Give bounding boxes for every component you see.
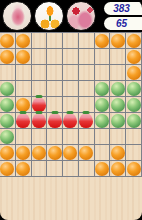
cell-r3c7[interactable] [110, 81, 126, 97]
orange-piece[interactable] [63, 146, 77, 160]
orange-piece[interactable] [111, 34, 125, 48]
cell-r1c8[interactable] [126, 49, 142, 65]
cell-r5c6[interactable] [95, 113, 111, 129]
orange-piece[interactable] [127, 66, 141, 80]
strawberry-piece[interactable] [16, 113, 30, 128]
cell-r2c1[interactable] [16, 65, 32, 81]
green-fruit-piece[interactable] [95, 98, 109, 112]
cell-r3c1[interactable] [16, 81, 32, 97]
cell-r4c8[interactable] [126, 97, 142, 113]
cell-r3c5[interactable] [79, 81, 95, 97]
green-fruit-piece[interactable] [0, 98, 14, 112]
cell-r1c1[interactable] [16, 49, 32, 65]
green-fruit-piece[interactable] [127, 114, 141, 128]
strawberry-piece[interactable] [79, 113, 93, 128]
cell-r0c5[interactable] [79, 33, 95, 49]
cell-r6c8[interactable] [126, 129, 142, 145]
cell-r0c4[interactable] [63, 33, 79, 49]
cell-r0c8[interactable] [126, 33, 142, 49]
cell-r2c2[interactable] [32, 65, 48, 81]
cell-r4c6[interactable] [95, 97, 111, 113]
cell-r8c8[interactable] [126, 161, 142, 177]
cell-r6c3[interactable] [47, 129, 63, 145]
cell-r5c3[interactable] [47, 113, 63, 129]
strawberry-leaf [67, 111, 74, 114]
berry-drinks-photo-icon [66, 1, 96, 31]
cell-r1c3[interactable] [47, 49, 63, 65]
green-fruit-piece[interactable] [95, 82, 109, 96]
orange-piece[interactable] [0, 146, 14, 160]
cell-r1c4[interactable] [63, 49, 79, 65]
wood-background [0, 177, 142, 220]
cell-r3c0[interactable] [0, 81, 16, 97]
cell-r7c2[interactable] [32, 145, 48, 161]
cell-r7c8[interactable] [126, 145, 142, 161]
cell-r6c7[interactable] [110, 129, 126, 145]
cell-r8c4[interactable] [63, 161, 79, 177]
orange-piece[interactable] [16, 34, 30, 48]
cell-r5c0[interactable] [0, 113, 16, 129]
orange-piece[interactable] [48, 146, 62, 160]
cell-r8c2[interactable] [32, 161, 48, 177]
cell-r5c5[interactable] [79, 113, 95, 129]
strawberry-shake-photo-icon [2, 1, 32, 31]
score-panel: 383 65 [104, 2, 142, 30]
cell-r8c3[interactable] [47, 161, 63, 177]
cell-r7c4[interactable] [63, 145, 79, 161]
orange-piece[interactable] [111, 162, 125, 176]
strawberry-piece[interactable] [32, 113, 46, 128]
cell-r5c4[interactable] [63, 113, 79, 129]
strawberry-leaf [83, 111, 90, 114]
orange-piece[interactable] [111, 146, 125, 160]
cell-r5c1[interactable] [16, 113, 32, 129]
strawberry-leaf [35, 111, 42, 114]
orange-piece[interactable] [95, 34, 109, 48]
cell-r3c4[interactable] [63, 81, 79, 97]
cell-r7c1[interactable] [16, 145, 32, 161]
orange-piece[interactable] [0, 34, 14, 48]
cell-r6c6[interactable] [95, 129, 111, 145]
cell-r2c8[interactable] [126, 65, 142, 81]
cell-r1c0[interactable] [0, 49, 16, 65]
orange-piece[interactable] [16, 146, 30, 160]
green-fruit-piece[interactable] [111, 98, 125, 112]
green-fruit-piece[interactable] [0, 82, 14, 96]
strawberry-piece[interactable] [32, 97, 46, 112]
strawberry-leaf [35, 95, 42, 98]
strawberry-piece[interactable] [63, 113, 77, 128]
cell-r0c6[interactable] [95, 33, 111, 49]
cell-r7c5[interactable] [79, 145, 95, 161]
cell-r2c6[interactable] [95, 65, 111, 81]
cell-r6c0[interactable] [0, 129, 16, 145]
cell-r3c3[interactable] [47, 81, 63, 97]
cell-r0c0[interactable] [0, 33, 16, 49]
strawberry-piece[interactable] [48, 113, 62, 128]
cell-r2c4[interactable] [63, 65, 79, 81]
orange-piece[interactable] [0, 162, 14, 176]
cell-r7c3[interactable] [47, 145, 63, 161]
orange-piece[interactable] [127, 34, 141, 48]
cell-r0c1[interactable] [16, 33, 32, 49]
cell-r8c0[interactable] [0, 161, 16, 177]
cell-r6c2[interactable] [32, 129, 48, 145]
cell-r1c2[interactable] [32, 49, 48, 65]
cell-r1c7[interactable] [110, 49, 126, 65]
green-fruit-piece[interactable] [111, 114, 125, 128]
secondary-score-badge: 65 [104, 17, 142, 30]
cell-r2c5[interactable] [79, 65, 95, 81]
cell-r1c6[interactable] [95, 49, 111, 65]
cell-r7c0[interactable] [0, 145, 16, 161]
green-fruit-piece[interactable] [127, 98, 141, 112]
cell-r5c2[interactable] [32, 113, 48, 129]
cell-r6c4[interactable] [63, 129, 79, 145]
cell-r3c8[interactable] [126, 81, 142, 97]
cell-r8c6[interactable] [95, 161, 111, 177]
cell-r8c7[interactable] [110, 161, 126, 177]
cell-r7c6[interactable] [95, 145, 111, 161]
orange-piece[interactable] [79, 146, 93, 160]
cell-r5c7[interactable] [110, 113, 126, 129]
app-screen: 383 65 [0, 0, 142, 220]
orange-piece[interactable] [127, 50, 141, 64]
cell-r6c5[interactable] [79, 129, 95, 145]
cell-r5c8[interactable] [126, 113, 142, 129]
cell-r2c3[interactable] [47, 65, 63, 81]
orange-flower-photo-icon [34, 1, 64, 31]
cell-r3c6[interactable] [95, 81, 111, 97]
cell-r0c7[interactable] [110, 33, 126, 49]
cell-r2c0[interactable] [0, 65, 16, 81]
top-bar: 383 65 [0, 0, 142, 32]
orange-piece[interactable] [32, 146, 46, 160]
cell-r4c7[interactable] [110, 97, 126, 113]
green-fruit-piece[interactable] [0, 130, 14, 144]
cell-r2c7[interactable] [110, 65, 126, 81]
cell-r0c3[interactable] [47, 33, 63, 49]
cell-r8c1[interactable] [16, 161, 32, 177]
orange-piece[interactable] [16, 98, 30, 112]
strawberry-leaf [20, 111, 27, 114]
green-fruit-piece[interactable] [127, 82, 141, 96]
cell-r6c1[interactable] [16, 129, 32, 145]
orange-piece[interactable] [127, 162, 141, 176]
green-fruit-piece[interactable] [0, 114, 14, 128]
cell-r0c2[interactable] [32, 33, 48, 49]
orange-piece[interactable] [16, 50, 30, 64]
orange-piece[interactable] [16, 162, 30, 176]
game-board [0, 32, 142, 176]
green-fruit-piece[interactable] [111, 82, 125, 96]
cell-r4c0[interactable] [0, 97, 16, 113]
cell-r7c7[interactable] [110, 145, 126, 161]
score-badge: 383 [104, 2, 142, 15]
cell-r8c5[interactable] [79, 161, 95, 177]
orange-piece[interactable] [95, 162, 109, 176]
cell-r1c5[interactable] [79, 49, 95, 65]
orange-piece[interactable] [0, 50, 14, 64]
strawberry-leaf [51, 111, 58, 114]
green-fruit-piece[interactable] [95, 114, 109, 128]
